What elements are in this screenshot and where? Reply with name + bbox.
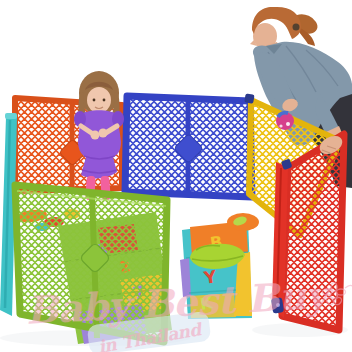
ring-toy [227, 213, 259, 231]
product-photo-stage: A 2 7 B Y K [0, 0, 352, 352]
hair-tie [293, 24, 300, 31]
panel-clamp [244, 93, 254, 103]
toy-in-hand [276, 112, 294, 130]
scene-svg: A 2 7 B Y K [0, 0, 352, 352]
teal-post-cap [5, 113, 17, 119]
child-hand [91, 131, 100, 140]
panel-back-center-blue [125, 96, 252, 197]
child-hand [99, 129, 108, 138]
